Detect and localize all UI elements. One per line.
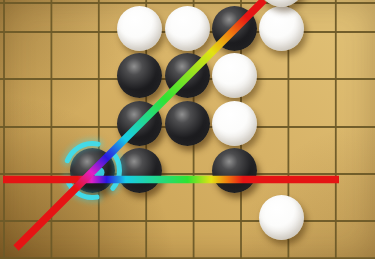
white-stone: ○ <box>117 6 162 51</box>
last-move-black-stone: ● <box>70 148 115 193</box>
black-stone: ● <box>212 148 257 193</box>
black-stone: ● <box>165 53 210 98</box>
white-stone-glyph: ○ <box>270 0 294 4</box>
black-stone: ● <box>117 148 162 193</box>
white-stone-glyph: ○ <box>270 9 294 49</box>
white-stone-glyph: ○ <box>128 9 152 49</box>
white-stone-glyph: ○ <box>270 198 294 238</box>
black-stone-glyph: ● <box>128 104 152 144</box>
white-stone: ○ <box>259 195 304 240</box>
black-stone-glyph: ● <box>222 151 246 191</box>
white-stone: ○ <box>165 6 210 51</box>
black-stone-glyph: ● <box>175 104 199 144</box>
black-stone-glyph: ● <box>128 151 152 191</box>
black-stone-glyph: ● <box>175 56 199 96</box>
black-stone-glyph: ● <box>128 56 152 96</box>
white-stone: ○ <box>259 6 304 51</box>
white-stone-glyph: ○ <box>222 104 246 144</box>
black-stone: ● <box>117 101 162 146</box>
white-stone: ○ <box>212 53 257 98</box>
black-stone: ● <box>117 53 162 98</box>
stone-layer: ○○●○●●○●●○●●●○○ <box>0 0 375 259</box>
white-stone-glyph: ○ <box>175 9 199 49</box>
white-stone-glyph: ○ <box>222 56 246 96</box>
white-stone: ○ <box>259 0 304 7</box>
gomoku-board[interactable]: ○○●○●●○●●○●●●○○ <box>0 0 375 259</box>
black-stone: ● <box>165 101 210 146</box>
black-stone-glyph: ● <box>222 9 246 49</box>
black-stone-glyph: ● <box>80 151 104 191</box>
white-stone: ○ <box>212 101 257 146</box>
black-stone: ● <box>212 6 257 51</box>
